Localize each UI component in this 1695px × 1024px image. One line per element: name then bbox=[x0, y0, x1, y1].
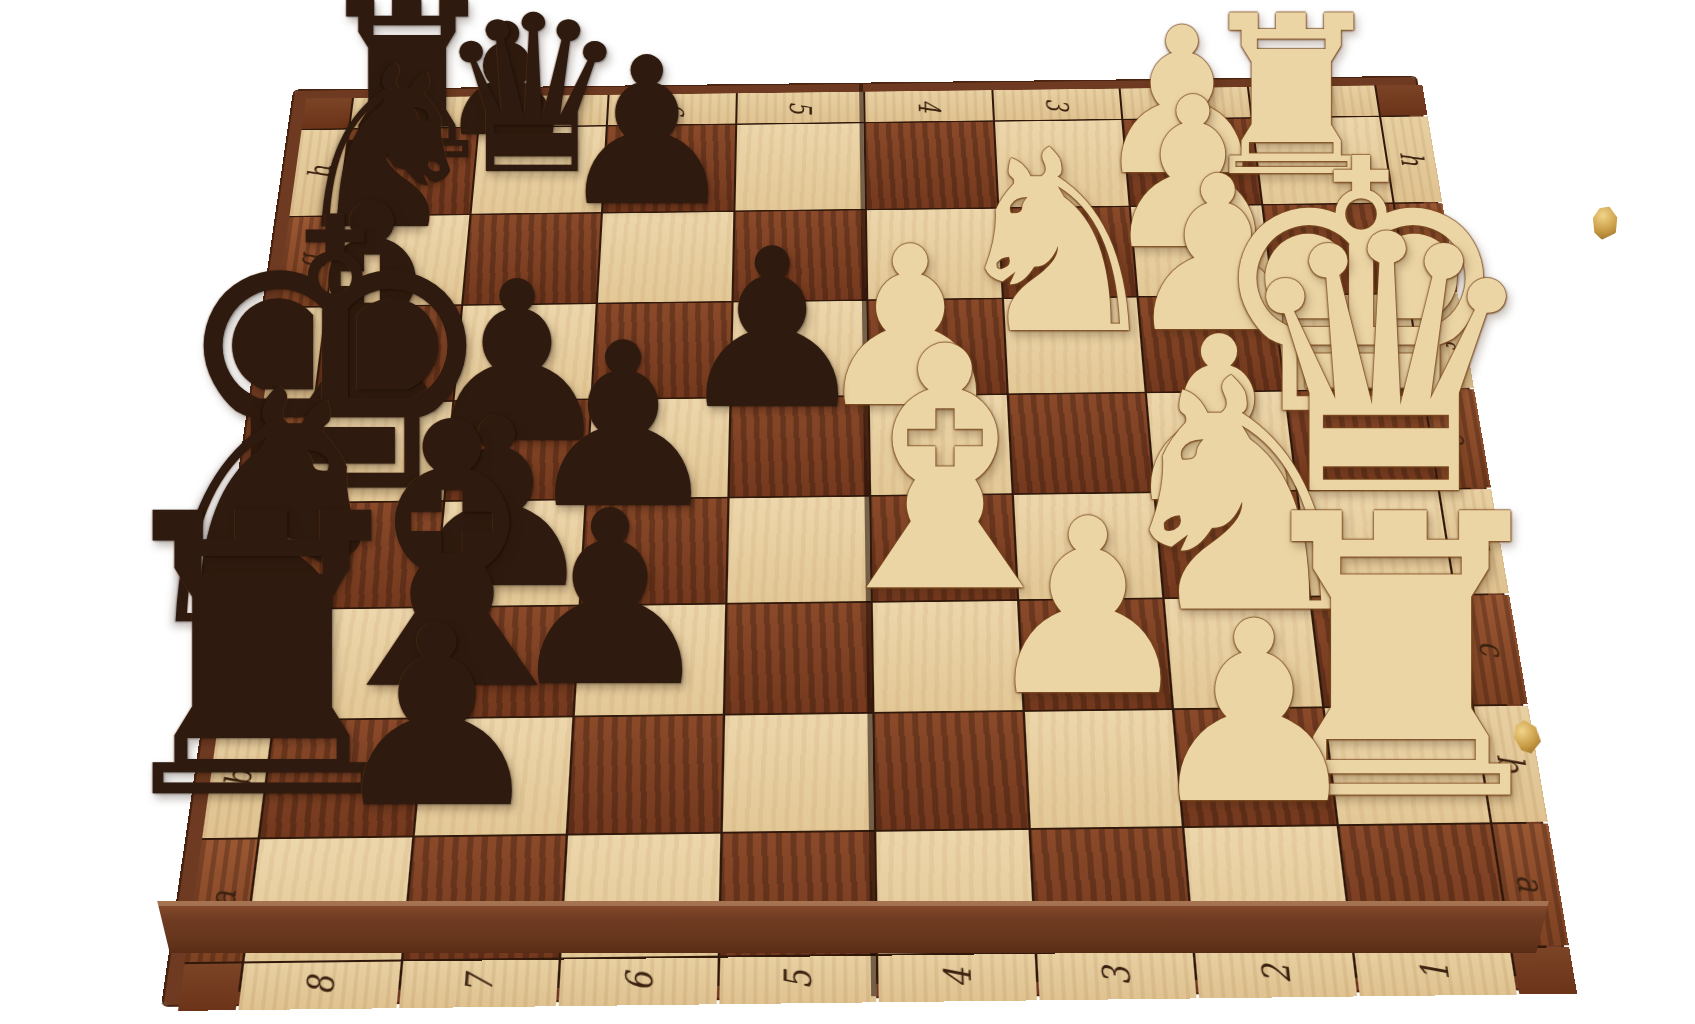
rank-label: 5 bbox=[783, 101, 818, 114]
bottom-label-cell-2: 2 bbox=[1195, 950, 1357, 999]
rank-label: 4 bbox=[935, 968, 979, 988]
rank-label: 2 bbox=[1253, 964, 1299, 984]
rank-label: 1 bbox=[1412, 962, 1458, 982]
bottom-label-cell-3: 3 bbox=[1037, 952, 1197, 1001]
rank-label: 6 bbox=[616, 972, 660, 992]
rank-label: 5 bbox=[776, 970, 820, 990]
square-h5[interactable] bbox=[735, 123, 865, 210]
frame-corner bbox=[178, 963, 242, 1010]
rank-label: 7 bbox=[456, 974, 501, 994]
bottom-label-cell-4: 4 bbox=[878, 954, 1036, 1003]
bottom-label-cell-7: 7 bbox=[398, 960, 558, 1009]
board-front-edge bbox=[153, 901, 1553, 953]
piece-black-pawn-a7[interactable]: ♟ bbox=[325, 593, 549, 843]
rank-label: 3 bbox=[1094, 966, 1139, 986]
square-b5[interactable] bbox=[722, 714, 874, 832]
frame-corner bbox=[1512, 947, 1577, 994]
top-label-cell-5: 5 bbox=[737, 92, 864, 124]
bottom-label-cell-5: 5 bbox=[719, 956, 877, 1005]
rank-label: 8 bbox=[297, 976, 343, 996]
bottom-label-cell-6: 6 bbox=[559, 958, 718, 1007]
piece-white-pawn-a2[interactable]: ♟ bbox=[1142, 589, 1366, 839]
rank-label: 4 bbox=[911, 99, 947, 112]
brass-clasp-1 bbox=[1588, 203, 1622, 243]
bottom-label-cell-8: 8 bbox=[238, 962, 400, 1011]
bottom-label-cell-1: 1 bbox=[1354, 948, 1517, 996]
product-photo-stage: 87654321hhggffeeddccbbaa87654321 ♟♜♛♟♜♟♞… bbox=[0, 0, 1695, 1024]
